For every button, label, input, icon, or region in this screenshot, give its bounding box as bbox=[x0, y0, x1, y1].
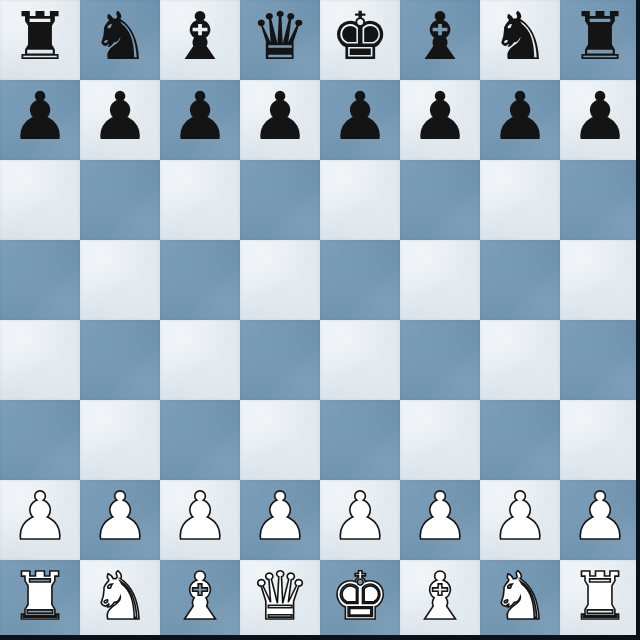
square-f1[interactable]: ♝ bbox=[400, 560, 480, 640]
square-e2[interactable]: ♟ bbox=[320, 480, 400, 560]
square-h8[interactable]: ♜ bbox=[560, 0, 640, 80]
square-a8[interactable]: ♜ bbox=[0, 0, 80, 80]
piece-black-bishop[interactable]: ♝ bbox=[410, 0, 469, 77]
square-b5[interactable] bbox=[80, 240, 160, 320]
square-g3[interactable] bbox=[480, 400, 560, 480]
piece-black-rook[interactable]: ♜ bbox=[10, 0, 69, 77]
square-c4[interactable] bbox=[160, 320, 240, 400]
square-h7[interactable]: ♟ bbox=[560, 80, 640, 160]
square-c6[interactable] bbox=[160, 160, 240, 240]
chess-board: ♜♞♝♛♚♝♞♜♟♟♟♟♟♟♟♟♟♟♟♟♟♟♟♟♜♞♝♛♚♝♞♜ bbox=[0, 0, 640, 640]
square-c7[interactable]: ♟ bbox=[160, 80, 240, 160]
piece-white-king[interactable]: ♚ bbox=[330, 557, 389, 637]
square-a1[interactable]: ♜ bbox=[0, 560, 80, 640]
square-c3[interactable] bbox=[160, 400, 240, 480]
square-h2[interactable]: ♟ bbox=[560, 480, 640, 560]
square-d7[interactable]: ♟ bbox=[240, 80, 320, 160]
piece-black-bishop[interactable]: ♝ bbox=[170, 0, 229, 77]
square-f4[interactable] bbox=[400, 320, 480, 400]
square-d3[interactable] bbox=[240, 400, 320, 480]
square-c8[interactable]: ♝ bbox=[160, 0, 240, 80]
square-a6[interactable] bbox=[0, 160, 80, 240]
square-f8[interactable]: ♝ bbox=[400, 0, 480, 80]
square-a3[interactable] bbox=[0, 400, 80, 480]
piece-white-knight[interactable]: ♞ bbox=[490, 557, 549, 637]
square-e6[interactable] bbox=[320, 160, 400, 240]
piece-black-pawn[interactable]: ♟ bbox=[170, 77, 229, 157]
square-b2[interactable]: ♟ bbox=[80, 480, 160, 560]
square-f2[interactable]: ♟ bbox=[400, 480, 480, 560]
square-d8[interactable]: ♛ bbox=[240, 0, 320, 80]
square-d4[interactable] bbox=[240, 320, 320, 400]
square-d1[interactable]: ♛ bbox=[240, 560, 320, 640]
square-h6[interactable] bbox=[560, 160, 640, 240]
piece-white-pawn[interactable]: ♟ bbox=[250, 477, 309, 557]
piece-black-pawn[interactable]: ♟ bbox=[250, 77, 309, 157]
square-f3[interactable] bbox=[400, 400, 480, 480]
chess-board-container: ♜♞♝♛♚♝♞♜♟♟♟♟♟♟♟♟♟♟♟♟♟♟♟♟♜♞♝♛♚♝♞♜ bbox=[0, 0, 640, 640]
square-b7[interactable]: ♟ bbox=[80, 80, 160, 160]
piece-white-bishop[interactable]: ♝ bbox=[170, 557, 229, 637]
piece-white-rook[interactable]: ♜ bbox=[570, 557, 629, 637]
square-b8[interactable]: ♞ bbox=[80, 0, 160, 80]
square-h3[interactable] bbox=[560, 400, 640, 480]
square-e8[interactable]: ♚ bbox=[320, 0, 400, 80]
piece-white-pawn[interactable]: ♟ bbox=[10, 477, 69, 557]
piece-white-queen[interactable]: ♛ bbox=[250, 557, 309, 637]
piece-black-pawn[interactable]: ♟ bbox=[10, 77, 69, 157]
piece-black-knight[interactable]: ♞ bbox=[90, 0, 149, 77]
square-d5[interactable] bbox=[240, 240, 320, 320]
piece-white-pawn[interactable]: ♟ bbox=[330, 477, 389, 557]
square-e1[interactable]: ♚ bbox=[320, 560, 400, 640]
square-g7[interactable]: ♟ bbox=[480, 80, 560, 160]
square-a4[interactable] bbox=[0, 320, 80, 400]
square-a2[interactable]: ♟ bbox=[0, 480, 80, 560]
piece-black-rook[interactable]: ♜ bbox=[570, 0, 629, 77]
square-e3[interactable] bbox=[320, 400, 400, 480]
square-a5[interactable] bbox=[0, 240, 80, 320]
square-h1[interactable]: ♜ bbox=[560, 560, 640, 640]
square-c5[interactable] bbox=[160, 240, 240, 320]
square-b1[interactable]: ♞ bbox=[80, 560, 160, 640]
piece-black-king[interactable]: ♚ bbox=[330, 0, 389, 77]
square-h5[interactable] bbox=[560, 240, 640, 320]
square-g2[interactable]: ♟ bbox=[480, 480, 560, 560]
piece-black-pawn[interactable]: ♟ bbox=[90, 77, 149, 157]
piece-black-pawn[interactable]: ♟ bbox=[410, 77, 469, 157]
piece-white-knight[interactable]: ♞ bbox=[90, 557, 149, 637]
square-f6[interactable] bbox=[400, 160, 480, 240]
piece-white-pawn[interactable]: ♟ bbox=[90, 477, 149, 557]
piece-black-pawn[interactable]: ♟ bbox=[570, 77, 629, 157]
square-a7[interactable]: ♟ bbox=[0, 80, 80, 160]
square-f7[interactable]: ♟ bbox=[400, 80, 480, 160]
piece-white-pawn[interactable]: ♟ bbox=[490, 477, 549, 557]
square-g5[interactable] bbox=[480, 240, 560, 320]
square-h4[interactable] bbox=[560, 320, 640, 400]
square-f5[interactable] bbox=[400, 240, 480, 320]
piece-black-pawn[interactable]: ♟ bbox=[490, 77, 549, 157]
square-c2[interactable]: ♟ bbox=[160, 480, 240, 560]
piece-white-pawn[interactable]: ♟ bbox=[170, 477, 229, 557]
square-b4[interactable] bbox=[80, 320, 160, 400]
piece-white-rook[interactable]: ♜ bbox=[10, 557, 69, 637]
square-d2[interactable]: ♟ bbox=[240, 480, 320, 560]
square-g4[interactable] bbox=[480, 320, 560, 400]
square-e7[interactable]: ♟ bbox=[320, 80, 400, 160]
square-b3[interactable] bbox=[80, 400, 160, 480]
piece-black-queen[interactable]: ♛ bbox=[250, 0, 309, 77]
square-g1[interactable]: ♞ bbox=[480, 560, 560, 640]
square-g6[interactable] bbox=[480, 160, 560, 240]
square-c1[interactable]: ♝ bbox=[160, 560, 240, 640]
piece-black-knight[interactable]: ♞ bbox=[490, 0, 549, 77]
square-e5[interactable] bbox=[320, 240, 400, 320]
piece-white-pawn[interactable]: ♟ bbox=[410, 477, 469, 557]
square-e4[interactable] bbox=[320, 320, 400, 400]
square-d6[interactable] bbox=[240, 160, 320, 240]
square-b6[interactable] bbox=[80, 160, 160, 240]
piece-white-bishop[interactable]: ♝ bbox=[410, 557, 469, 637]
piece-black-pawn[interactable]: ♟ bbox=[330, 77, 389, 157]
square-g8[interactable]: ♞ bbox=[480, 0, 560, 80]
piece-white-pawn[interactable]: ♟ bbox=[570, 477, 629, 557]
